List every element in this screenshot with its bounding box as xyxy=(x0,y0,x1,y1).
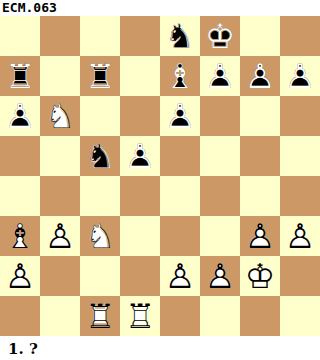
knight-outline-glyph: ♘ xyxy=(40,96,80,136)
square-h4[interactable] xyxy=(280,176,320,216)
chess-puzzle-page: ECM.063 ♞♘♚♔♜♖♜♖♝♗♟♙♟♙♟♙♟♙♞♘♟♙♞♘♟♙♝♗♟♙♞♘… xyxy=(0,0,320,360)
square-f7[interactable]: ♟♙ xyxy=(200,56,240,96)
pawn-outline-glyph: ♙ xyxy=(200,56,240,96)
pawn-outline-glyph: ♙ xyxy=(280,56,320,96)
square-a8[interactable] xyxy=(0,16,40,56)
square-e5[interactable] xyxy=(160,136,200,176)
square-g5[interactable] xyxy=(240,136,280,176)
square-h3[interactable]: ♟♙ xyxy=(280,216,320,256)
piece-white-pawn-f2: ♟♙ xyxy=(200,256,240,296)
square-d4[interactable] xyxy=(120,176,160,216)
piece-black-pawn-d5: ♟♙ xyxy=(120,136,160,176)
square-d7[interactable] xyxy=(120,56,160,96)
pawn-outline-glyph: ♙ xyxy=(40,216,80,256)
square-h1[interactable] xyxy=(280,296,320,336)
square-g1[interactable] xyxy=(240,296,280,336)
square-d8[interactable] xyxy=(120,16,160,56)
square-e3[interactable] xyxy=(160,216,200,256)
square-c3[interactable]: ♞♘ xyxy=(80,216,120,256)
piece-white-pawn-g3: ♟♙ xyxy=(240,216,280,256)
square-g3[interactable]: ♟♙ xyxy=(240,216,280,256)
bishop-outline-glyph: ♗ xyxy=(0,216,40,256)
pawn-outline-glyph: ♙ xyxy=(240,56,280,96)
square-b4[interactable] xyxy=(40,176,80,216)
pawn-outline-glyph: ♙ xyxy=(280,216,320,256)
pawn-outline-glyph: ♙ xyxy=(160,256,200,296)
square-f8[interactable]: ♚♔ xyxy=(200,16,240,56)
square-b7[interactable] xyxy=(40,56,80,96)
square-e2[interactable]: ♟♙ xyxy=(160,256,200,296)
square-d2[interactable] xyxy=(120,256,160,296)
square-d6[interactable] xyxy=(120,96,160,136)
rook-outline-glyph: ♖ xyxy=(120,296,160,336)
knight-outline-glyph: ♘ xyxy=(80,136,120,176)
pawn-outline-glyph: ♙ xyxy=(0,256,40,296)
square-e8[interactable]: ♞♘ xyxy=(160,16,200,56)
square-d3[interactable] xyxy=(120,216,160,256)
square-g2[interactable]: ♚♔ xyxy=(240,256,280,296)
square-c7[interactable]: ♜♖ xyxy=(80,56,120,96)
square-a5[interactable] xyxy=(0,136,40,176)
piece-black-knight-e8: ♞♘ xyxy=(160,16,200,56)
square-h8[interactable] xyxy=(280,16,320,56)
square-f3[interactable] xyxy=(200,216,240,256)
puzzle-title: ECM.063 xyxy=(0,0,320,16)
square-c4[interactable] xyxy=(80,176,120,216)
square-b8[interactable] xyxy=(40,16,80,56)
piece-black-pawn-h7: ♟♙ xyxy=(280,56,320,96)
king-outline-glyph: ♔ xyxy=(240,256,280,296)
pawn-outline-glyph: ♙ xyxy=(200,256,240,296)
square-a1[interactable] xyxy=(0,296,40,336)
square-g4[interactable] xyxy=(240,176,280,216)
pawn-outline-glyph: ♙ xyxy=(0,96,40,136)
square-b3[interactable]: ♟♙ xyxy=(40,216,80,256)
square-c6[interactable] xyxy=(80,96,120,136)
pawn-outline-glyph: ♙ xyxy=(120,136,160,176)
square-f2[interactable]: ♟♙ xyxy=(200,256,240,296)
square-a4[interactable] xyxy=(0,176,40,216)
pawn-outline-glyph: ♙ xyxy=(240,216,280,256)
square-e1[interactable] xyxy=(160,296,200,336)
piece-white-rook-d1: ♜♖ xyxy=(120,296,160,336)
square-h2[interactable] xyxy=(280,256,320,296)
square-g6[interactable] xyxy=(240,96,280,136)
square-g8[interactable] xyxy=(240,16,280,56)
square-e7[interactable]: ♝♗ xyxy=(160,56,200,96)
piece-white-rook-c1: ♜♖ xyxy=(80,296,120,336)
square-c8[interactable] xyxy=(80,16,120,56)
pawn-outline-glyph: ♙ xyxy=(160,96,200,136)
bishop-outline-glyph: ♗ xyxy=(160,56,200,96)
square-h6[interactable] xyxy=(280,96,320,136)
piece-black-pawn-g7: ♟♙ xyxy=(240,56,280,96)
square-a6[interactable]: ♟♙ xyxy=(0,96,40,136)
square-c1[interactable]: ♜♖ xyxy=(80,296,120,336)
piece-black-rook-c7: ♜♖ xyxy=(80,56,120,96)
piece-white-knight-b6: ♞♘ xyxy=(40,96,80,136)
square-c5[interactable]: ♞♘ xyxy=(80,136,120,176)
knight-outline-glyph: ♘ xyxy=(80,216,120,256)
square-f6[interactable] xyxy=(200,96,240,136)
square-a3[interactable]: ♝♗ xyxy=(0,216,40,256)
piece-black-pawn-a6: ♟♙ xyxy=(0,96,40,136)
square-a7[interactable]: ♜♖ xyxy=(0,56,40,96)
rook-outline-glyph: ♖ xyxy=(80,56,120,96)
square-f1[interactable] xyxy=(200,296,240,336)
rook-outline-glyph: ♖ xyxy=(0,56,40,96)
square-d1[interactable]: ♜♖ xyxy=(120,296,160,336)
piece-black-knight-c5: ♞♘ xyxy=(80,136,120,176)
piece-black-king-f8: ♚♔ xyxy=(200,16,240,56)
piece-black-rook-a7: ♜♖ xyxy=(0,56,40,96)
square-g7[interactable]: ♟♙ xyxy=(240,56,280,96)
square-f4[interactable] xyxy=(200,176,240,216)
square-h7[interactable]: ♟♙ xyxy=(280,56,320,96)
move-prompt: 1. ? xyxy=(0,336,320,358)
piece-white-pawn-b3: ♟♙ xyxy=(40,216,80,256)
square-b1[interactable] xyxy=(40,296,80,336)
chess-board[interactable]: ♞♘♚♔♜♖♜♖♝♗♟♙♟♙♟♙♟♙♞♘♟♙♞♘♟♙♝♗♟♙♞♘♟♙♟♙♟♙♟♙… xyxy=(0,16,320,336)
piece-white-pawn-h3: ♟♙ xyxy=(280,216,320,256)
piece-white-pawn-e2: ♟♙ xyxy=(160,256,200,296)
piece-white-king-g2: ♚♔ xyxy=(240,256,280,296)
piece-white-pawn-a2: ♟♙ xyxy=(0,256,40,296)
square-f5[interactable] xyxy=(200,136,240,176)
square-e6[interactable]: ♟♙ xyxy=(160,96,200,136)
piece-white-knight-c3: ♞♘ xyxy=(80,216,120,256)
square-b5[interactable] xyxy=(40,136,80,176)
knight-outline-glyph: ♘ xyxy=(160,16,200,56)
square-e4[interactable] xyxy=(160,176,200,216)
square-b2[interactable] xyxy=(40,256,80,296)
square-c2[interactable] xyxy=(80,256,120,296)
king-outline-glyph: ♔ xyxy=(200,16,240,56)
rook-outline-glyph: ♖ xyxy=(80,296,120,336)
piece-white-bishop-a3: ♝♗ xyxy=(0,216,40,256)
piece-black-bishop-e7: ♝♗ xyxy=(160,56,200,96)
square-b6[interactable]: ♞♘ xyxy=(40,96,80,136)
square-a2[interactable]: ♟♙ xyxy=(0,256,40,296)
piece-black-pawn-f7: ♟♙ xyxy=(200,56,240,96)
piece-black-pawn-e6: ♟♙ xyxy=(160,96,200,136)
square-h5[interactable] xyxy=(280,136,320,176)
square-d5[interactable]: ♟♙ xyxy=(120,136,160,176)
